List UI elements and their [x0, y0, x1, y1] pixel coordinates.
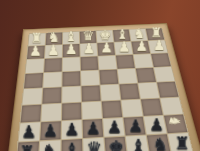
white-pawn[interactable]: ♟ [45, 42, 62, 57]
chess-photo-scene: ♜♞♝♛♚♝♞♜♟♟♟♟♟♟♟♟♟♟♟♟♟♟♟♜♞♝♛♚♝♞♜ ♞ [0, 0, 200, 151]
square-r3c2[interactable] [44, 58, 62, 72]
square-r7c5[interactable]: ♟ [103, 117, 124, 136]
black-queen[interactable]: ♛ [84, 139, 105, 151]
square-r6c2[interactable] [41, 103, 61, 121]
square-r6c8[interactable] [160, 97, 182, 114]
square-r8c7[interactable]: ♞ [147, 134, 171, 151]
square-r8c5[interactable]: ♚ [105, 136, 127, 151]
board-frame: ♜♞♝♛♚♝♞♜♟♟♟♟♟♟♟♟♟♟♟♟♟♟♟♜♞♝♛♚♝♞♜ ♞ [6, 23, 200, 151]
white-pawn[interactable]: ♟ [116, 39, 133, 54]
square-r2c1[interactable]: ♟ [27, 45, 45, 58]
square-r7c2[interactable]: ♟ [40, 121, 61, 140]
square-r8c4[interactable]: ♛ [83, 137, 105, 151]
square-r6c6[interactable] [121, 99, 142, 116]
square-r5c3[interactable] [62, 86, 81, 102]
black-pawn[interactable]: ♟ [40, 121, 60, 139]
square-r6c7[interactable] [141, 98, 163, 115]
black-king[interactable]: ♚ [106, 137, 127, 151]
square-r7c4[interactable]: ♟ [83, 119, 104, 138]
square-r8c8[interactable]: ♜ [168, 133, 193, 151]
square-r6c3[interactable] [62, 102, 81, 120]
square-r3c6[interactable] [116, 54, 135, 68]
square-r2c7[interactable]: ♟ [131, 41, 150, 54]
square-r2c6[interactable]: ♟ [114, 41, 132, 54]
black-bishop[interactable]: ♝ [61, 140, 82, 151]
square-r3c5[interactable] [98, 55, 116, 69]
white-pawn[interactable]: ♟ [151, 38, 168, 53]
black-pawn[interactable]: ♟ [104, 118, 124, 136]
square-r4c4[interactable] [81, 70, 99, 85]
black-pawn[interactable]: ♟ [83, 119, 103, 137]
black-rook[interactable]: ♜ [17, 142, 38, 151]
black-pawn[interactable]: ♟ [19, 122, 39, 140]
black-pawn[interactable]: ♟ [62, 120, 82, 138]
square-r6c1[interactable] [21, 104, 42, 122]
black-pawn[interactable]: ♟ [126, 117, 146, 135]
square-r7c3[interactable]: ♟ [62, 120, 82, 139]
square-r3c3[interactable] [63, 57, 80, 71]
square-r5c6[interactable] [119, 83, 139, 99]
black-knight[interactable]: ♞ [150, 135, 171, 151]
square-r4c1[interactable] [24, 73, 43, 88]
square-r6c4[interactable] [82, 101, 102, 119]
square-r8c2[interactable]: ♞ [39, 140, 61, 151]
square-r3c7[interactable] [134, 53, 153, 67]
square-r5c7[interactable] [138, 82, 159, 98]
board-grid: ♜♞♝♛♚♝♞♜♟♟♟♟♟♟♟♟♟♟♟♟♟♟♟♜♞♝♛♚♝♞♜ [15, 27, 194, 151]
chess-board: ♜♞♝♛♚♝♞♜♟♟♟♟♟♟♟♟♟♟♟♟♟♟♟♜♞♝♛♚♝♞♜ ♞ [6, 23, 200, 151]
square-r7c6[interactable]: ♟ [123, 116, 145, 135]
white-pawn[interactable]: ♟ [81, 41, 98, 56]
square-r3c1[interactable] [26, 58, 44, 72]
square-r5c5[interactable] [101, 84, 121, 100]
square-r2c3[interactable]: ♟ [63, 44, 80, 57]
square-r5c8[interactable] [157, 81, 178, 97]
square-r3c4[interactable] [81, 56, 99, 70]
black-rook[interactable]: ♜ [172, 134, 193, 151]
square-r7c7[interactable]: ♟ [144, 115, 167, 134]
square-r7c1[interactable]: ♟ [19, 122, 41, 141]
square-r2c8[interactable]: ♟ [148, 40, 167, 53]
square-r4c5[interactable] [99, 69, 118, 84]
black-knight[interactable]: ♞ [39, 141, 60, 151]
white-pawn[interactable]: ♟ [27, 43, 44, 58]
black-bishop[interactable]: ♝ [128, 136, 149, 151]
square-r4c2[interactable] [43, 72, 61, 87]
square-r5c2[interactable] [42, 87, 61, 103]
square-r3c8[interactable] [151, 53, 171, 67]
square-r5c1[interactable] [22, 88, 42, 104]
square-r2c4[interactable]: ♟ [80, 43, 97, 56]
square-r5c4[interactable] [82, 85, 101, 101]
square-r4c7[interactable] [136, 67, 156, 82]
square-r4c8[interactable] [154, 66, 175, 81]
square-r8c1[interactable]: ♜ [16, 141, 39, 151]
white-pawn[interactable]: ♟ [133, 38, 150, 53]
square-r2c2[interactable]: ♟ [45, 44, 62, 57]
square-r6c5[interactable] [102, 100, 123, 117]
square-r8c3[interactable]: ♝ [61, 139, 82, 151]
square-r4c3[interactable] [62, 71, 80, 86]
white-pawn[interactable]: ♟ [63, 42, 80, 57]
black-pawn[interactable]: ♟ [147, 116, 167, 134]
square-r8c6[interactable]: ♝ [126, 135, 149, 151]
white-pawn[interactable]: ♟ [98, 40, 115, 55]
square-r2c5[interactable]: ♟ [97, 42, 115, 55]
square-r4c6[interactable] [118, 68, 138, 83]
